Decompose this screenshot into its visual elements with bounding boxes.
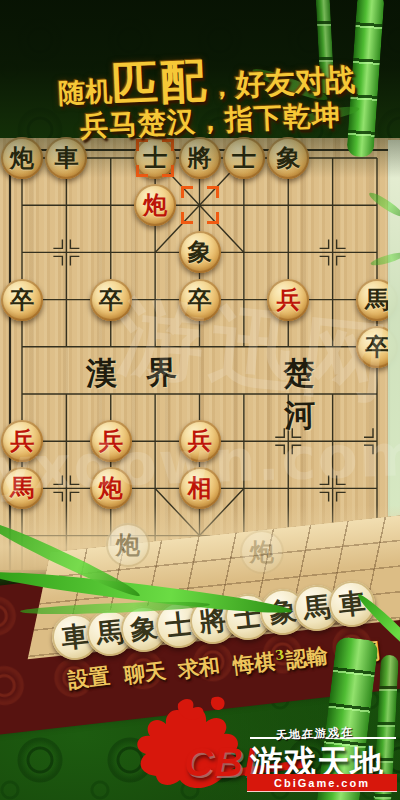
board-piece-red[interactable]: 兵	[267, 279, 309, 321]
river-label-left: 漢界	[86, 351, 207, 395]
board-piece-black[interactable]: 將	[179, 137, 221, 179]
last-move-marker	[136, 139, 174, 177]
board-piece-red[interactable]: 兵	[90, 420, 132, 462]
menu-item[interactable]: 認輸	[284, 642, 329, 675]
menu-item-label: 求和	[177, 653, 222, 683]
board-piece-red[interactable]: 炮	[134, 184, 176, 226]
logo-url: CbiGame.com	[274, 777, 370, 789]
game-screen: 漢界 楚河 炮車士將士象炮象卒卒卒兵馬卒兵兵兵馬炮相 游迅网 yxdown.co…	[0, 0, 400, 800]
board-piece-black[interactable]: 卒	[90, 279, 132, 321]
menu-item[interactable]: 聊天	[122, 657, 167, 690]
board-piece-black[interactable]: 象	[267, 137, 309, 179]
logo-url-strip: CbiGame.com	[247, 774, 397, 792]
board-piece-black[interactable]: 士	[223, 137, 265, 179]
last-move-marker	[181, 186, 219, 224]
board-piece-red[interactable]: 炮	[90, 467, 132, 509]
banner-line1-comma: ，	[208, 70, 236, 102]
board-piece-red[interactable]: 兵	[179, 420, 221, 462]
menu-item-label: 悔棋	[232, 648, 277, 678]
menu-item-label: 設置	[67, 663, 112, 693]
board-piece-black[interactable]: 象	[179, 231, 221, 273]
board-piece-black[interactable]: 卒	[179, 279, 221, 321]
ghost-piece: 炮	[106, 523, 150, 567]
menu-item-label: 聊天	[123, 658, 168, 688]
menu-item[interactable]: 求和	[176, 652, 221, 685]
cbi-logo-text: CBI	[184, 740, 256, 785]
menu-item-label: 認輸	[285, 643, 330, 673]
banner-line1-prefix: 随机	[58, 75, 113, 108]
board-piece-red[interactable]: 相	[179, 467, 221, 509]
menu-item[interactable]: 設置	[66, 662, 111, 695]
board-piece-red[interactable]: 兵	[1, 420, 43, 462]
board-piece-black[interactable]: 卒	[1, 279, 43, 321]
ghost-piece: 炮	[240, 530, 284, 574]
board-piece-black[interactable]: 炮	[1, 137, 43, 179]
undo-count-badge: 3	[274, 647, 285, 663]
